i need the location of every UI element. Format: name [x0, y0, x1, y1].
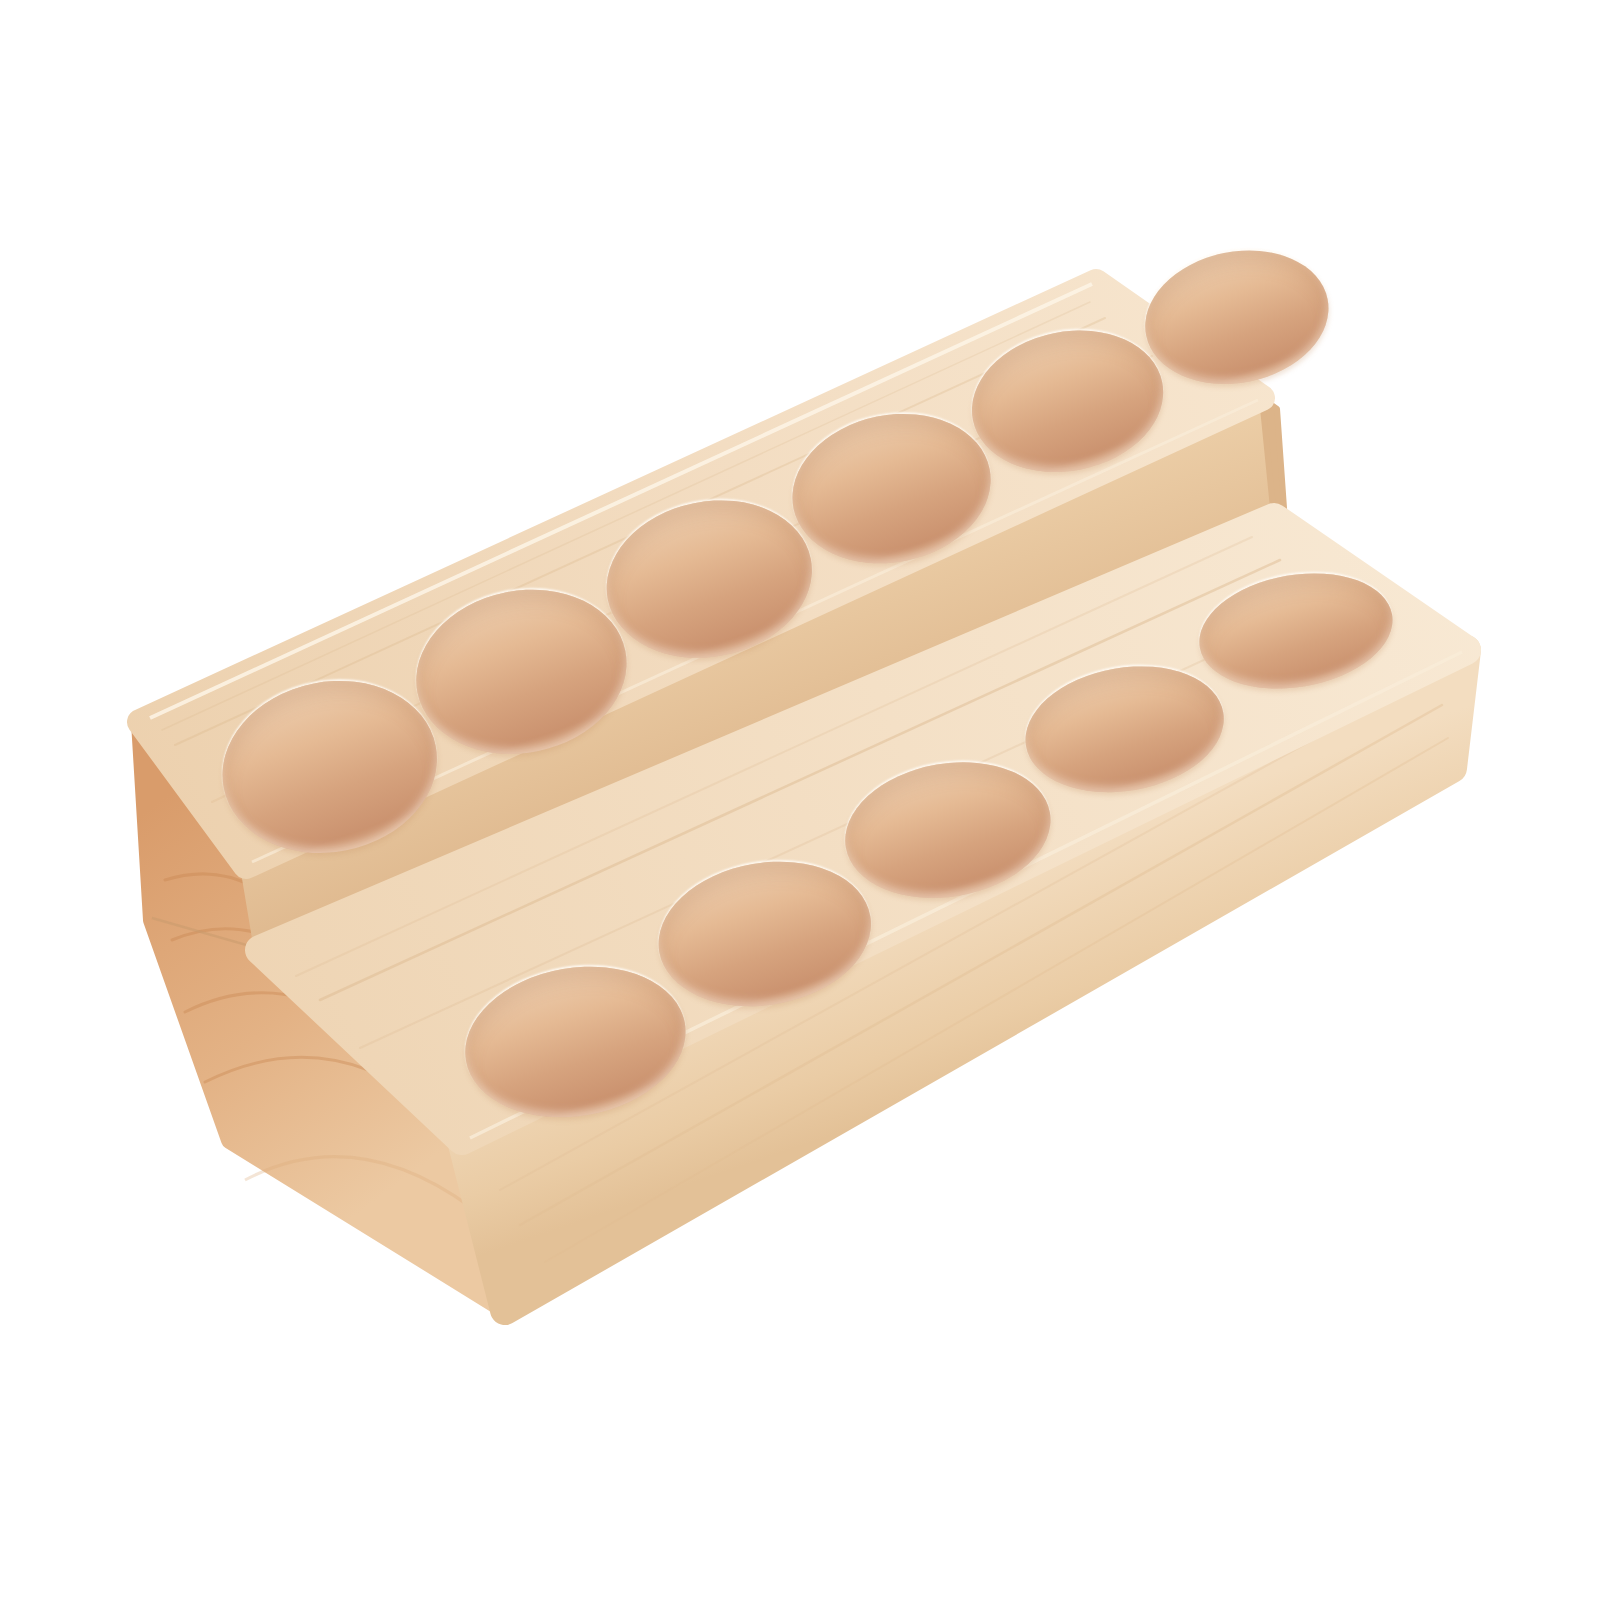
pit-hollow: [959, 314, 1176, 488]
pit-hollow: [1133, 234, 1340, 399]
pit-hollow: [1015, 651, 1233, 806]
product-photo-canvas: [0, 0, 1600, 1600]
pit-hollow: [1190, 559, 1401, 702]
